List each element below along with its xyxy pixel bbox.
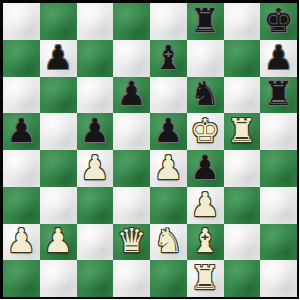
square-f1[interactable]: ♜ [187,260,224,297]
square-f5[interactable]: ♚ [187,113,224,150]
piece-white-bishop: ♝ [190,224,220,257]
piece-black-pawn: ♟ [43,41,73,74]
piece-black-rook: ♜ [264,77,294,110]
piece-black-king: ♚ [264,4,294,37]
square-e2[interactable]: ♞ [150,224,187,261]
square-b8[interactable] [40,3,77,40]
square-a2[interactable]: ♟ [3,224,40,261]
piece-white-pawn: ♟ [7,224,37,257]
square-b3[interactable] [40,187,77,224]
square-c7[interactable] [77,40,114,77]
square-g8[interactable] [224,3,261,40]
square-c5[interactable]: ♟ [77,113,114,150]
square-h1[interactable] [260,260,297,297]
square-d8[interactable] [113,3,150,40]
square-d6[interactable]: ♟ [113,77,150,114]
square-f7[interactable] [187,40,224,77]
piece-white-pawn: ♟ [80,151,110,184]
square-c6[interactable] [77,77,114,114]
piece-white-pawn: ♟ [190,188,220,221]
square-c1[interactable] [77,260,114,297]
piece-white-pawn: ♟ [154,151,184,184]
square-g6[interactable] [224,77,261,114]
square-a5[interactable]: ♟ [3,113,40,150]
piece-white-knight: ♞ [154,224,184,257]
square-e3[interactable] [150,187,187,224]
square-a4[interactable] [3,150,40,187]
square-e7[interactable]: ♝ [150,40,187,77]
piece-black-pawn: ♟ [80,114,110,147]
square-d5[interactable] [113,113,150,150]
square-h3[interactable] [260,187,297,224]
square-c3[interactable] [77,187,114,224]
square-h8[interactable]: ♚ [260,3,297,40]
chess-board: ♜♚♟♝♟♟♞♜♟♟♟♚♜♟♟♟♟♟♟♛♞♝♜ [0,0,299,299]
square-g3[interactable] [224,187,261,224]
square-e4[interactable]: ♟ [150,150,187,187]
square-e1[interactable] [150,260,187,297]
square-f8[interactable]: ♜ [187,3,224,40]
piece-white-queen: ♛ [117,224,147,257]
square-b1[interactable] [40,260,77,297]
square-b5[interactable] [40,113,77,150]
square-b6[interactable] [40,77,77,114]
square-g1[interactable] [224,260,261,297]
square-e6[interactable] [150,77,187,114]
square-b7[interactable]: ♟ [40,40,77,77]
square-e8[interactable] [150,3,187,40]
piece-black-pawn: ♟ [264,41,294,74]
piece-white-pawn: ♟ [43,224,73,257]
square-g2[interactable] [224,224,261,261]
piece-black-pawn: ♟ [154,114,184,147]
square-h2[interactable] [260,224,297,261]
square-a3[interactable] [3,187,40,224]
piece-black-rook: ♜ [190,4,220,37]
square-d4[interactable] [113,150,150,187]
square-c4[interactable]: ♟ [77,150,114,187]
square-d2[interactable]: ♛ [113,224,150,261]
square-b2[interactable]: ♟ [40,224,77,261]
square-b4[interactable] [40,150,77,187]
square-e5[interactable]: ♟ [150,113,187,150]
piece-black-pawn: ♟ [7,114,37,147]
square-f3[interactable]: ♟ [187,187,224,224]
square-c2[interactable] [77,224,114,261]
square-d1[interactable] [113,260,150,297]
square-a6[interactable] [3,77,40,114]
piece-black-bishop: ♝ [154,41,184,74]
piece-white-rook: ♜ [190,261,220,294]
square-f4[interactable]: ♟ [187,150,224,187]
square-h7[interactable]: ♟ [260,40,297,77]
square-h5[interactable] [260,113,297,150]
piece-black-knight: ♞ [190,77,220,110]
square-c8[interactable] [77,3,114,40]
square-g4[interactable] [224,150,261,187]
square-a8[interactable] [3,3,40,40]
square-d7[interactable] [113,40,150,77]
piece-black-pawn: ♟ [190,151,220,184]
square-f6[interactable]: ♞ [187,77,224,114]
screenshot-canvas: ♜♚♟♝♟♟♞♜♟♟♟♚♜♟♟♟♟♟♟♛♞♝♜ [0,0,300,300]
square-f2[interactable]: ♝ [187,224,224,261]
square-a1[interactable] [3,260,40,297]
piece-white-rook: ♜ [227,114,257,147]
square-g5[interactable]: ♜ [224,113,261,150]
square-g7[interactable] [224,40,261,77]
piece-white-king: ♚ [190,114,220,147]
square-h6[interactable]: ♜ [260,77,297,114]
square-a7[interactable] [3,40,40,77]
square-h4[interactable] [260,150,297,187]
piece-black-pawn: ♟ [117,77,147,110]
square-d3[interactable] [113,187,150,224]
